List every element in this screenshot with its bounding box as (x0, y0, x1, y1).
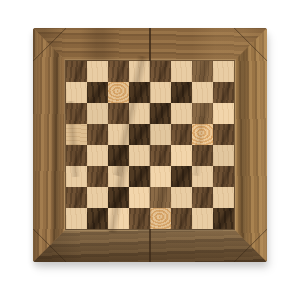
square-f3[interactable] (171, 166, 192, 187)
board-frame-left (33, 28, 66, 262)
square-g2[interactable] (192, 187, 213, 208)
square-c5[interactable] (108, 124, 129, 145)
square-b1[interactable] (87, 208, 108, 229)
square-f7[interactable] (171, 82, 192, 103)
square-h1[interactable] (213, 208, 234, 229)
board-frame-bottom (33, 229, 267, 262)
square-b2[interactable] (87, 187, 108, 208)
square-e8[interactable] (150, 61, 171, 82)
square-d5[interactable] (129, 124, 150, 145)
square-h3[interactable] (213, 166, 234, 187)
square-h4[interactable] (213, 145, 234, 166)
square-e2[interactable] (150, 187, 171, 208)
square-d2[interactable] (129, 187, 150, 208)
square-e3[interactable] (150, 166, 171, 187)
square-c8[interactable] (108, 61, 129, 82)
square-b5[interactable] (87, 124, 108, 145)
square-c7[interactable] (108, 82, 129, 103)
square-e7[interactable] (150, 82, 171, 103)
square-f1[interactable] (171, 208, 192, 229)
frame-miter-joint-bottom-left (33, 229, 66, 262)
square-c4[interactable] (108, 145, 129, 166)
square-f5[interactable] (171, 124, 192, 145)
square-g6[interactable] (192, 103, 213, 124)
square-h7[interactable] (213, 82, 234, 103)
chess-board (33, 28, 267, 262)
square-f2[interactable] (171, 187, 192, 208)
square-h8[interactable] (213, 61, 234, 82)
square-f4[interactable] (171, 145, 192, 166)
square-g7[interactable] (192, 82, 213, 103)
square-f8[interactable] (171, 61, 192, 82)
square-a8[interactable] (66, 61, 87, 82)
square-a6[interactable] (66, 103, 87, 124)
square-b3[interactable] (87, 166, 108, 187)
square-d6[interactable] (129, 103, 150, 124)
square-e6[interactable] (150, 103, 171, 124)
square-b8[interactable] (87, 61, 108, 82)
square-d1[interactable] (129, 208, 150, 229)
square-b7[interactable] (87, 82, 108, 103)
square-a2[interactable] (66, 187, 87, 208)
square-a3[interactable] (66, 166, 87, 187)
square-b4[interactable] (87, 145, 108, 166)
square-d4[interactable] (129, 145, 150, 166)
frame-miter-joint-bottom-right (234, 229, 267, 262)
square-a1[interactable] (66, 208, 87, 229)
square-g8[interactable] (192, 61, 213, 82)
playing-grid (66, 61, 234, 229)
square-d7[interactable] (129, 82, 150, 103)
square-g3[interactable] (192, 166, 213, 187)
photo-background (0, 0, 300, 300)
square-d3[interactable] (129, 166, 150, 187)
square-g5[interactable] (192, 124, 213, 145)
square-a4[interactable] (66, 145, 87, 166)
square-h2[interactable] (213, 187, 234, 208)
square-c2[interactable] (108, 187, 129, 208)
square-d8[interactable] (129, 61, 150, 82)
frame-miter-joint-top-right (234, 28, 267, 61)
square-c1[interactable] (108, 208, 129, 229)
board-frame-top (33, 28, 267, 61)
square-h5[interactable] (213, 124, 234, 145)
square-g1[interactable] (192, 208, 213, 229)
square-c3[interactable] (108, 166, 129, 187)
square-g4[interactable] (192, 145, 213, 166)
square-h6[interactable] (213, 103, 234, 124)
square-a7[interactable] (66, 82, 87, 103)
square-e4[interactable] (150, 145, 171, 166)
frame-miter-joint-top-left (33, 28, 66, 61)
square-a5[interactable] (66, 124, 87, 145)
square-e5[interactable] (150, 124, 171, 145)
square-e1[interactable] (150, 208, 171, 229)
square-c6[interactable] (108, 103, 129, 124)
board-frame-right (234, 28, 267, 262)
square-b6[interactable] (87, 103, 108, 124)
square-f6[interactable] (171, 103, 192, 124)
